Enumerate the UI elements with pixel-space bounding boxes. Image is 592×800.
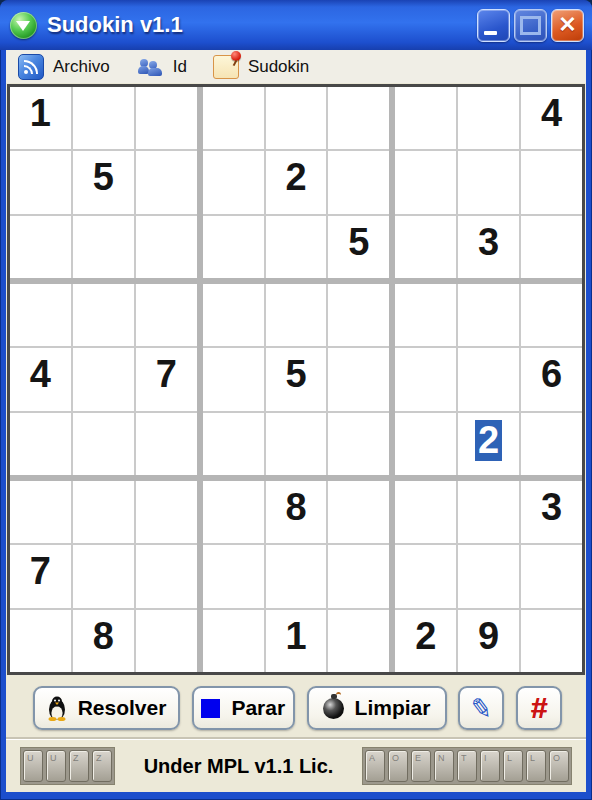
cell-r9c9[interactable]	[521, 610, 582, 672]
cell-r2c9[interactable]	[521, 151, 582, 213]
cell-r8c4[interactable]	[203, 545, 264, 607]
bomb-icon	[323, 698, 344, 719]
cell-r3c5[interactable]	[266, 216, 327, 278]
cell-r5c2[interactable]	[73, 348, 134, 410]
cell-r8c7[interactable]	[395, 545, 456, 607]
window-title: Sudokin v1.1	[47, 12, 467, 38]
cell-r9c4[interactable]	[203, 610, 264, 672]
cell-r4c2[interactable]	[73, 284, 134, 346]
cell-r2c5[interactable]: 2	[266, 151, 327, 213]
menu-item-sudokin[interactable]: Sudokin	[207, 53, 315, 81]
box-1-2: 25	[203, 87, 390, 278]
close-button[interactable]: ✕	[551, 9, 584, 42]
cell-r7c5[interactable]: 8	[266, 481, 327, 543]
cell-r4c1[interactable]	[10, 284, 71, 346]
cell-r8c2[interactable]	[73, 545, 134, 607]
cell-r2c3[interactable]	[136, 151, 197, 213]
board-area: 152543475627881329	[6, 83, 586, 677]
keyboard-keys-image-left: UUZZ	[20, 747, 115, 785]
keycap: N	[434, 750, 454, 782]
keycap: I	[480, 750, 500, 782]
cell-r5c5[interactable]: 5	[266, 348, 327, 410]
box-1-3: 43	[395, 87, 582, 278]
cell-r1c3[interactable]	[136, 87, 197, 149]
keycap: Z	[69, 750, 89, 782]
minimize-button[interactable]	[477, 9, 510, 42]
box-2-2: 5	[203, 284, 390, 475]
cell-r8c8[interactable]	[458, 545, 519, 607]
resolver-button[interactable]: Resolver	[33, 686, 180, 730]
toolbar: Resolver Parar Limpiar ✎ #	[6, 677, 586, 739]
cell-r5c9[interactable]: 6	[521, 348, 582, 410]
button-label: Limpiar	[355, 696, 431, 720]
maximize-icon	[520, 16, 541, 35]
pencil-icon: ✎	[468, 693, 494, 723]
button-label: Parar	[231, 696, 285, 720]
cell-r3c8[interactable]: 3	[458, 216, 519, 278]
keycap: L	[503, 750, 523, 782]
cell-r5c8[interactable]	[458, 348, 519, 410]
box-3-2: 81	[203, 481, 390, 672]
box-3-1: 78	[10, 481, 197, 672]
cell-r3c3[interactable]	[136, 216, 197, 278]
title-bar: Sudokin v1.1 ✕	[0, 0, 592, 50]
cell-r2c6[interactable]	[328, 151, 389, 213]
app-icon-green-arrow	[10, 12, 37, 39]
cell-r9c8[interactable]: 9	[458, 610, 519, 672]
cell-r1c9[interactable]: 4	[521, 87, 582, 149]
cell-r9c3[interactable]	[136, 610, 197, 672]
cell-r6c4[interactable]	[203, 413, 264, 475]
menu-item-archivo[interactable]: Archivo	[12, 52, 116, 82]
cell-r3c7[interactable]	[395, 216, 456, 278]
cell-r7c9[interactable]: 3	[521, 481, 582, 543]
cell-r6c3[interactable]	[136, 413, 197, 475]
cell-r9c1[interactable]	[10, 610, 71, 672]
cell-r1c8[interactable]	[458, 87, 519, 149]
window-bottom-frame	[0, 792, 592, 800]
cell-r8c1[interactable]: 7	[10, 545, 71, 607]
blue-square-icon	[201, 699, 220, 718]
parar-button[interactable]: Parar	[192, 686, 295, 730]
cell-r5c3[interactable]: 7	[136, 348, 197, 410]
tux-penguin-icon	[47, 696, 67, 721]
users-icon	[136, 55, 164, 79]
cell-r9c6[interactable]	[328, 610, 389, 672]
app-window: Sudokin v1.1 ✕ Archivo Id Sudokin	[0, 0, 592, 800]
menu-label: Sudokin	[248, 57, 309, 77]
cell-r4c7[interactable]	[395, 284, 456, 346]
cell-r9c2[interactable]: 8	[73, 610, 134, 672]
cell-r8c6[interactable]	[328, 545, 389, 607]
cell-r4c9[interactable]	[521, 284, 582, 346]
cell-r6c7[interactable]	[395, 413, 456, 475]
cell-r1c1[interactable]: 1	[10, 87, 71, 149]
status-bar: UUZZ Under MPL v1.1 Lic. AOENTILLO	[6, 739, 586, 792]
rss-feed-icon	[18, 54, 44, 80]
cell-r8c3[interactable]	[136, 545, 197, 607]
cell-r3c6[interactable]: 5	[328, 216, 389, 278]
cell-r1c2[interactable]	[73, 87, 134, 149]
keycap: L	[526, 750, 546, 782]
menu-bar: Archivo Id Sudokin	[6, 50, 586, 83]
cell-r1c4[interactable]	[203, 87, 264, 149]
sudoku-board: 152543475627881329	[7, 84, 585, 675]
license-text: Under MPL v1.1 Lic.	[125, 755, 352, 778]
cell-r5c4[interactable]	[203, 348, 264, 410]
cell-r5c1[interactable]: 4	[10, 348, 71, 410]
cell-r6c1[interactable]	[10, 413, 71, 475]
cell-r7c1[interactable]	[10, 481, 71, 543]
keycap: U	[46, 750, 66, 782]
cell-r3c2[interactable]	[73, 216, 134, 278]
cell-r9c7[interactable]: 2	[395, 610, 456, 672]
cell-r6c2[interactable]	[73, 413, 134, 475]
cell-r6c5[interactable]	[266, 413, 327, 475]
cell-r4c5[interactable]	[266, 284, 327, 346]
cell-r2c1[interactable]	[10, 151, 71, 213]
keycap: U	[23, 750, 43, 782]
cell-r7c3[interactable]	[136, 481, 197, 543]
cell-r2c7[interactable]	[395, 151, 456, 213]
menu-item-id[interactable]: Id	[130, 53, 193, 81]
cell-r3c1[interactable]	[10, 216, 71, 278]
cell-r7c7[interactable]	[395, 481, 456, 543]
cell-r1c5[interactable]	[266, 87, 327, 149]
keycap: O	[388, 750, 408, 782]
pencil-button[interactable]: ✎	[458, 686, 504, 730]
cell-r8c9[interactable]	[521, 545, 582, 607]
hash-icon: #	[531, 693, 548, 723]
close-icon: ✕	[558, 14, 576, 36]
minimize-icon	[484, 31, 497, 35]
cell-r1c6[interactable]	[328, 87, 389, 149]
box-3-3: 329	[395, 481, 582, 672]
cell-r2c8[interactable]	[458, 151, 519, 213]
keycap: T	[457, 750, 477, 782]
cell-r5c7[interactable]	[395, 348, 456, 410]
cell-r4c3[interactable]	[136, 284, 197, 346]
cell-r9c5[interactable]: 1	[266, 610, 327, 672]
button-label: Resolver	[78, 696, 167, 720]
box-1-1: 15	[10, 87, 197, 278]
cell-r4c4[interactable]	[203, 284, 264, 346]
cell-r3c4[interactable]	[203, 216, 264, 278]
cell-r6c9[interactable]	[521, 413, 582, 475]
cell-r7c2[interactable]	[73, 481, 134, 543]
cell-r4c8[interactable]	[458, 284, 519, 346]
keyboard-keys-image-right: AOENTILLO	[362, 747, 572, 785]
cell-r7c4[interactable]	[203, 481, 264, 543]
cell-r2c2[interactable]: 5	[73, 151, 134, 213]
cell-r7c8[interactable]	[458, 481, 519, 543]
maximize-button[interactable]	[514, 9, 547, 42]
cell-r6c8[interactable]: 2	[458, 413, 519, 475]
note-pushpin-icon	[213, 55, 239, 79]
cell-r5c6[interactable]	[328, 348, 389, 410]
menu-label: Id	[173, 57, 187, 77]
window-controls: ✕	[477, 9, 584, 42]
cell-r4c6[interactable]	[328, 284, 389, 346]
keycap: O	[549, 750, 569, 782]
cell-r1c7[interactable]	[395, 87, 456, 149]
keycap: E	[411, 750, 431, 782]
box-2-3: 62	[395, 284, 582, 475]
hash-button[interactable]: #	[516, 686, 562, 730]
cell-r7c6[interactable]	[328, 481, 389, 543]
cell-r2c4[interactable]	[203, 151, 264, 213]
keycap: A	[365, 750, 385, 782]
cell-r6c6[interactable]	[328, 413, 389, 475]
limpiar-button[interactable]: Limpiar	[307, 686, 447, 730]
keycap: Z	[92, 750, 112, 782]
box-2-1: 47	[10, 284, 197, 475]
menu-label: Archivo	[53, 57, 110, 77]
cell-r8c5[interactable]	[266, 545, 327, 607]
cell-r3c9[interactable]	[521, 216, 582, 278]
